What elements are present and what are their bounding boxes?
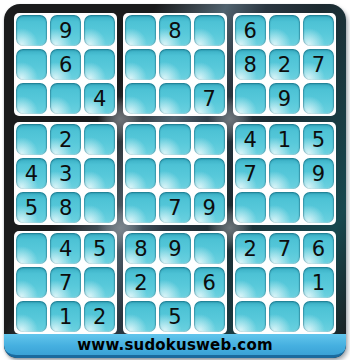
- cell-r5c8[interactable]: [269, 158, 300, 189]
- cell-r9c8[interactable]: [269, 301, 300, 332]
- cell-r8c8[interactable]: [269, 267, 300, 298]
- cell-r8c6[interactable]: 6: [194, 267, 225, 298]
- cell-r5c7[interactable]: 7: [235, 158, 266, 189]
- sudoku-grid: 964876827924358794157945712892652761: [4, 4, 346, 334]
- cell-r3c7[interactable]: [235, 83, 266, 114]
- box-r3c3: 2761: [233, 231, 336, 334]
- cell-r3c6[interactable]: 7: [194, 83, 225, 114]
- cell-r7c2[interactable]: 4: [50, 233, 81, 264]
- cell-r2c1[interactable]: [16, 49, 47, 80]
- cell-r6c7[interactable]: [235, 192, 266, 223]
- cell-r2c8[interactable]: 2: [269, 49, 300, 80]
- cell-r4c2[interactable]: 2: [50, 124, 81, 155]
- cell-r7c8[interactable]: 7: [269, 233, 300, 264]
- cell-r7c9[interactable]: 6: [303, 233, 334, 264]
- cell-r3c3[interactable]: 4: [84, 83, 115, 114]
- cell-r3c9[interactable]: [303, 83, 334, 114]
- box-r1c3: 68279: [233, 13, 336, 116]
- cell-r6c6[interactable]: 9: [194, 192, 225, 223]
- cell-r2c2[interactable]: 6: [50, 49, 81, 80]
- cell-r4c9[interactable]: 5: [303, 124, 334, 155]
- cell-r1c3[interactable]: [84, 15, 115, 46]
- box-r3c2: 89265: [123, 231, 226, 334]
- cell-r2c3[interactable]: [84, 49, 115, 80]
- cell-r1c8[interactable]: [269, 15, 300, 46]
- website-url: www.sudokusweb.com: [77, 336, 272, 354]
- cell-r9c9[interactable]: [303, 301, 334, 332]
- cell-r3c5[interactable]: [159, 83, 190, 114]
- cell-r4c3[interactable]: [84, 124, 115, 155]
- cell-r7c3[interactable]: 5: [84, 233, 115, 264]
- website-banner: www.sudokusweb.com: [4, 334, 346, 358]
- cell-r3c2[interactable]: [50, 83, 81, 114]
- cell-r2c5[interactable]: [159, 49, 190, 80]
- cell-r1c2[interactable]: 9: [50, 15, 81, 46]
- box-r2c3: 41579: [233, 122, 336, 225]
- cell-r5c2[interactable]: 3: [50, 158, 81, 189]
- cell-r5c1[interactable]: 4: [16, 158, 47, 189]
- cell-r6c9[interactable]: [303, 192, 334, 223]
- cell-r1c4[interactable]: [125, 15, 156, 46]
- cell-r2c4[interactable]: [125, 49, 156, 80]
- sudoku-page: 964876827924358794157945712892652761 www…: [0, 0, 350, 360]
- cell-r8c7[interactable]: [235, 267, 266, 298]
- cell-r1c1[interactable]: [16, 15, 47, 46]
- cell-r1c6[interactable]: [194, 15, 225, 46]
- cell-r3c4[interactable]: [125, 83, 156, 114]
- cell-r5c9[interactable]: 9: [303, 158, 334, 189]
- box-r2c1: 24358: [14, 122, 117, 225]
- cell-r9c7[interactable]: [235, 301, 266, 332]
- cell-r1c7[interactable]: 6: [235, 15, 266, 46]
- box-r1c2: 87: [123, 13, 226, 116]
- cell-r6c4[interactable]: [125, 192, 156, 223]
- cell-r7c4[interactable]: 8: [125, 233, 156, 264]
- cell-r2c6[interactable]: [194, 49, 225, 80]
- cell-r2c9[interactable]: 7: [303, 49, 334, 80]
- cell-r6c8[interactable]: [269, 192, 300, 223]
- sudoku-board: 964876827924358794157945712892652761 www…: [4, 4, 346, 358]
- cell-r9c1[interactable]: [16, 301, 47, 332]
- cell-r4c5[interactable]: [159, 124, 190, 155]
- cell-r9c6[interactable]: [194, 301, 225, 332]
- cell-r6c5[interactable]: 7: [159, 192, 190, 223]
- cell-r8c4[interactable]: 2: [125, 267, 156, 298]
- box-r1c1: 964: [14, 13, 117, 116]
- cell-r8c9[interactable]: 1: [303, 267, 334, 298]
- cell-r4c1[interactable]: [16, 124, 47, 155]
- cell-r7c7[interactable]: 2: [235, 233, 266, 264]
- cell-r8c3[interactable]: [84, 267, 115, 298]
- cell-r3c1[interactable]: [16, 83, 47, 114]
- cell-r5c4[interactable]: [125, 158, 156, 189]
- cell-r6c3[interactable]: [84, 192, 115, 223]
- cell-r4c6[interactable]: [194, 124, 225, 155]
- cell-r8c5[interactable]: [159, 267, 190, 298]
- cell-r1c5[interactable]: 8: [159, 15, 190, 46]
- cell-r7c5[interactable]: 9: [159, 233, 190, 264]
- box-r3c1: 45712: [14, 231, 117, 334]
- cell-r3c8[interactable]: 9: [269, 83, 300, 114]
- cell-r5c3[interactable]: [84, 158, 115, 189]
- cell-r9c2[interactable]: 1: [50, 301, 81, 332]
- cell-r8c1[interactable]: [16, 267, 47, 298]
- cell-r9c3[interactable]: 2: [84, 301, 115, 332]
- cell-r9c4[interactable]: [125, 301, 156, 332]
- cell-r6c2[interactable]: 8: [50, 192, 81, 223]
- cell-r9c5[interactable]: 5: [159, 301, 190, 332]
- cell-r8c2[interactable]: 7: [50, 267, 81, 298]
- cell-r7c6[interactable]: [194, 233, 225, 264]
- cell-r2c7[interactable]: 8: [235, 49, 266, 80]
- cell-r4c8[interactable]: 1: [269, 124, 300, 155]
- cell-r5c6[interactable]: [194, 158, 225, 189]
- cell-r4c7[interactable]: 4: [235, 124, 266, 155]
- box-r2c2: 79: [123, 122, 226, 225]
- cell-r7c1[interactable]: [16, 233, 47, 264]
- cell-r1c9[interactable]: [303, 15, 334, 46]
- cell-r6c1[interactable]: 5: [16, 192, 47, 223]
- cell-r4c4[interactable]: [125, 124, 156, 155]
- cell-r5c5[interactable]: [159, 158, 190, 189]
